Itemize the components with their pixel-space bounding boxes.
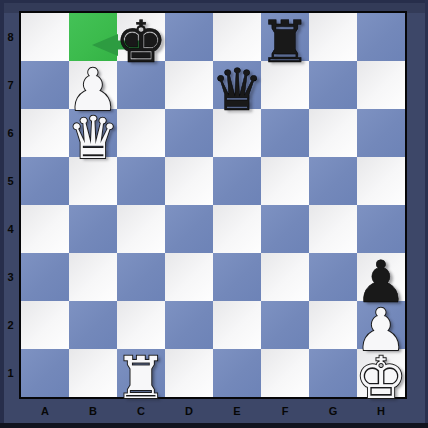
rank-label-7: 7	[0, 61, 21, 109]
square-d5[interactable]	[165, 157, 213, 205]
square-e8[interactable]	[213, 13, 261, 61]
square-g1[interactable]	[309, 349, 357, 397]
square-g3[interactable]	[309, 253, 357, 301]
square-a3[interactable]	[21, 253, 69, 301]
square-g5[interactable]	[309, 157, 357, 205]
file-label-d: D	[165, 400, 213, 422]
square-e1[interactable]	[213, 349, 261, 397]
square-d4[interactable]	[165, 205, 213, 253]
square-f8[interactable]: ♜	[261, 13, 309, 61]
square-c6[interactable]	[117, 109, 165, 157]
square-d7[interactable]	[165, 61, 213, 109]
square-h4[interactable]	[357, 205, 405, 253]
square-f2[interactable]	[261, 301, 309, 349]
square-b4[interactable]	[69, 205, 117, 253]
square-e7[interactable]: ♛	[213, 61, 261, 109]
square-f5[interactable]	[261, 157, 309, 205]
square-b7[interactable]: ♟	[69, 61, 117, 109]
rank-label-3: 3	[0, 253, 21, 301]
rank-label-2: 2	[0, 301, 21, 349]
square-c4[interactable]	[117, 205, 165, 253]
square-f6[interactable]	[261, 109, 309, 157]
square-d2[interactable]	[165, 301, 213, 349]
rank-label-1: 1	[0, 349, 21, 397]
piece-white-rook[interactable]: ♜	[115, 349, 167, 407]
square-b6[interactable]: ♛	[69, 109, 117, 157]
square-d3[interactable]	[165, 253, 213, 301]
square-b2[interactable]	[69, 301, 117, 349]
square-b8[interactable]	[69, 13, 117, 61]
piece-black-queen[interactable]: ♛	[211, 61, 263, 119]
file-label-b: B	[69, 400, 117, 422]
piece-black-rook[interactable]: ♜	[259, 13, 311, 71]
square-h7[interactable]	[357, 61, 405, 109]
square-c2[interactable]	[117, 301, 165, 349]
piece-white-queen[interactable]: ♛	[67, 109, 119, 167]
square-c3[interactable]	[117, 253, 165, 301]
file-label-f: F	[261, 400, 309, 422]
square-c5[interactable]	[117, 157, 165, 205]
square-h6[interactable]	[357, 109, 405, 157]
square-g7[interactable]	[309, 61, 357, 109]
square-g8[interactable]	[309, 13, 357, 61]
square-d8[interactable]	[165, 13, 213, 61]
frame-edge-top	[0, 0, 428, 3]
square-a1[interactable]	[21, 349, 69, 397]
square-e4[interactable]	[213, 205, 261, 253]
square-c1[interactable]: ♜	[117, 349, 165, 397]
square-a8[interactable]	[21, 13, 69, 61]
square-e5[interactable]	[213, 157, 261, 205]
file-label-a: A	[21, 400, 69, 422]
square-a6[interactable]	[21, 109, 69, 157]
square-h1[interactable]: ♚	[357, 349, 405, 397]
square-h2[interactable]: ♟	[357, 301, 405, 349]
square-a5[interactable]	[21, 157, 69, 205]
square-b1[interactable]	[69, 349, 117, 397]
square-a2[interactable]	[21, 301, 69, 349]
file-label-e: E	[213, 400, 261, 422]
piece-white-king[interactable]: ♚	[355, 349, 407, 407]
square-a4[interactable]	[21, 205, 69, 253]
rank-label-4: 4	[0, 205, 21, 253]
square-b3[interactable]	[69, 253, 117, 301]
square-h3[interactable]: ♟	[357, 253, 405, 301]
square-e2[interactable]	[213, 301, 261, 349]
square-d6[interactable]	[165, 109, 213, 157]
rank-label-8: 8	[0, 13, 21, 61]
rank-label-5: 5	[0, 157, 21, 205]
square-g2[interactable]	[309, 301, 357, 349]
rank-label-6: 6	[0, 109, 21, 157]
frame-edge-bottom	[0, 423, 428, 428]
square-f3[interactable]	[261, 253, 309, 301]
square-f4[interactable]	[261, 205, 309, 253]
square-h5[interactable]	[357, 157, 405, 205]
piece-black-king[interactable]: ♚	[115, 13, 167, 71]
square-f1[interactable]	[261, 349, 309, 397]
square-d1[interactable]	[165, 349, 213, 397]
square-g6[interactable]	[309, 109, 357, 157]
square-a7[interactable]	[21, 61, 69, 109]
chessboard-frame: ♚♜♟♛♛♟♟♜♚ 87654321ABCDEFGH	[0, 0, 428, 428]
square-c8[interactable]: ♚	[117, 13, 165, 61]
square-e3[interactable]	[213, 253, 261, 301]
square-g4[interactable]	[309, 205, 357, 253]
file-label-g: G	[309, 400, 357, 422]
chess-board[interactable]: ♚♜♟♛♛♟♟♜♚	[21, 13, 405, 397]
square-h8[interactable]	[357, 13, 405, 61]
